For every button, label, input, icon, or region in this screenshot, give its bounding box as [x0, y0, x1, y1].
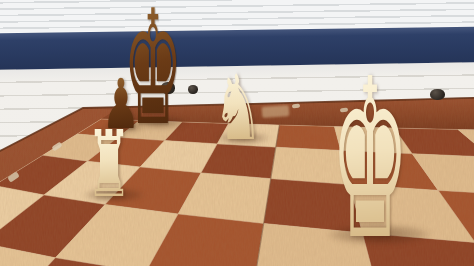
white-rook[interactable]: ♜	[86, 119, 131, 211]
hinge-knob	[430, 89, 445, 100]
border-grain-highlight	[262, 105, 290, 118]
hinge-knob	[188, 85, 198, 94]
photo-scene: ♚ ♟ ♞ ♜ ♚	[0, 0, 474, 266]
white-knight[interactable]: ♞	[213, 63, 263, 153]
white-king[interactable]: ♚	[331, 50, 410, 266]
